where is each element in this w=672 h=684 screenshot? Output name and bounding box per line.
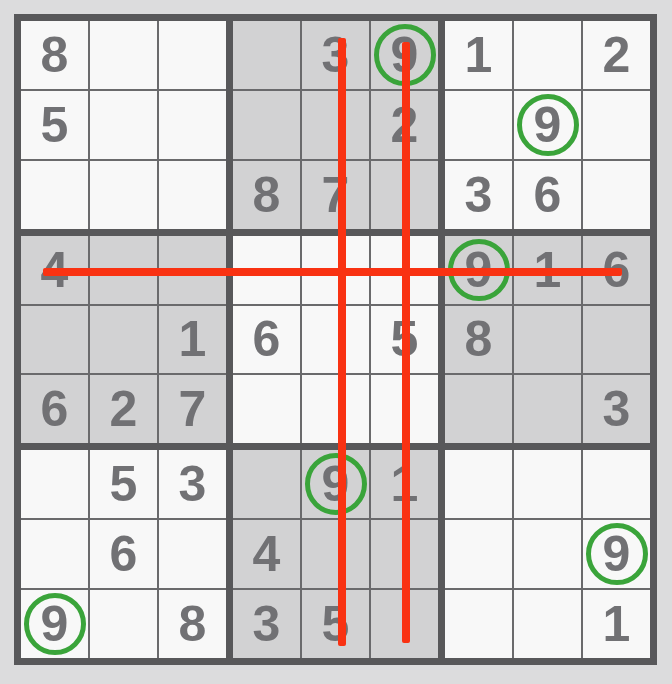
box-r3c1: 53698 [21, 450, 226, 658]
cell-r9c8[interactable] [514, 590, 581, 658]
cell-r1c8[interactable] [514, 21, 581, 89]
cell-r6c8[interactable] [514, 375, 581, 443]
cell-digit: 8 [179, 599, 207, 649]
cell-r2c3[interactable] [159, 91, 226, 159]
cell-r5c3[interactable]: 1 [159, 306, 226, 374]
cell-r3c2[interactable] [90, 161, 157, 229]
cell-r8c8[interactable] [514, 520, 581, 588]
cell-digit: 2 [391, 100, 419, 150]
cell-r3c7[interactable]: 3 [445, 161, 512, 229]
cell-r1c9[interactable]: 2 [583, 21, 650, 89]
cell-r7c6[interactable]: 1 [371, 450, 438, 518]
cell-r6c9[interactable]: 3 [583, 375, 650, 443]
cell-r7c9[interactable] [583, 450, 650, 518]
cell-r4c4[interactable] [233, 236, 300, 304]
cell-r5c9[interactable] [583, 306, 650, 374]
cell-r7c5[interactable]: 9 [302, 450, 369, 518]
cell-r1c5[interactable]: 3 [302, 21, 369, 89]
cell-digit: 2 [603, 30, 631, 80]
cell-r2c2[interactable] [90, 91, 157, 159]
cell-digit: 3 [253, 599, 281, 649]
cell-r3c4[interactable]: 8 [233, 161, 300, 229]
cell-r9c4[interactable]: 3 [233, 590, 300, 658]
cell-r3c8[interactable]: 6 [514, 161, 581, 229]
cell-r4c7[interactable]: 9 [445, 236, 512, 304]
cell-r7c8[interactable] [514, 450, 581, 518]
cell-r9c6[interactable] [371, 590, 438, 658]
box-r1c1: 85 [21, 21, 226, 229]
cell-r5c4[interactable]: 6 [233, 306, 300, 374]
cell-r4c9[interactable]: 6 [583, 236, 650, 304]
cell-r6c3[interactable]: 7 [159, 375, 226, 443]
cell-digit: 1 [534, 245, 562, 295]
cell-r5c6[interactable]: 5 [371, 306, 438, 374]
cell-r1c4[interactable] [233, 21, 300, 89]
cell-digit: 6 [253, 314, 281, 364]
page-background: 853928712936416276591683536989143591 [0, 0, 672, 684]
cell-digit: 5 [391, 314, 419, 364]
cell-r5c7[interactable]: 8 [445, 306, 512, 374]
cell-r6c1[interactable]: 6 [21, 375, 88, 443]
cell-r2c4[interactable] [233, 91, 300, 159]
cell-r3c6[interactable] [371, 161, 438, 229]
cell-r8c3[interactable] [159, 520, 226, 588]
cell-digit: 9 [465, 245, 493, 295]
cell-digit: 8 [465, 314, 493, 364]
cell-digit: 6 [603, 245, 631, 295]
cell-r6c5[interactable] [302, 375, 369, 443]
cell-r8c2[interactable]: 6 [90, 520, 157, 588]
cell-r8c1[interactable] [21, 520, 88, 588]
cell-digit: 9 [391, 30, 419, 80]
cell-r4c1[interactable]: 4 [21, 236, 88, 304]
cell-digit: 1 [179, 314, 207, 364]
cell-r1c7[interactable]: 1 [445, 21, 512, 89]
cell-digit: 5 [110, 459, 138, 509]
cell-r8c7[interactable] [445, 520, 512, 588]
box-r2c3: 91683 [445, 236, 650, 444]
cell-digit: 9 [322, 459, 350, 509]
cell-r7c1[interactable] [21, 450, 88, 518]
cell-r3c9[interactable] [583, 161, 650, 229]
box-r3c3: 91 [445, 450, 650, 658]
cell-r7c2[interactable]: 5 [90, 450, 157, 518]
cell-r2c9[interactable] [583, 91, 650, 159]
cell-digit: 3 [603, 384, 631, 434]
cell-r7c3[interactable]: 3 [159, 450, 226, 518]
cell-r9c3[interactable]: 8 [159, 590, 226, 658]
cell-digit: 9 [534, 100, 562, 150]
cell-digit: 8 [253, 170, 281, 220]
cell-r6c6[interactable] [371, 375, 438, 443]
box-r2c2: 65 [233, 236, 438, 444]
cell-r1c1[interactable]: 8 [21, 21, 88, 89]
cell-r4c3[interactable] [159, 236, 226, 304]
cell-r9c2[interactable] [90, 590, 157, 658]
cell-r2c1[interactable]: 5 [21, 91, 88, 159]
cell-digit: 5 [322, 599, 350, 649]
cell-r4c8[interactable]: 1 [514, 236, 581, 304]
cell-digit: 7 [179, 384, 207, 434]
sudoku-board: 853928712936416276591683536989143591 [14, 14, 657, 665]
cell-digit: 1 [603, 599, 631, 649]
cell-r9c1[interactable]: 9 [21, 590, 88, 658]
cell-r5c8[interactable] [514, 306, 581, 374]
cell-digit: 8 [41, 30, 69, 80]
box-r1c3: 12936 [445, 21, 650, 229]
cell-r8c5[interactable] [302, 520, 369, 588]
cell-r7c7[interactable] [445, 450, 512, 518]
cell-r2c5[interactable] [302, 91, 369, 159]
cell-r2c8[interactable]: 9 [514, 91, 581, 159]
cell-r3c1[interactable] [21, 161, 88, 229]
cell-r6c4[interactable] [233, 375, 300, 443]
cell-r3c3[interactable] [159, 161, 226, 229]
cell-digit: 9 [41, 599, 69, 649]
cell-r3c5[interactable]: 7 [302, 161, 369, 229]
cell-digit: 1 [465, 30, 493, 80]
cell-r7c4[interactable] [233, 450, 300, 518]
cell-digit: 3 [322, 30, 350, 80]
cell-digit: 6 [534, 170, 562, 220]
cell-r5c1[interactable] [21, 306, 88, 374]
cell-r4c5[interactable] [302, 236, 369, 304]
cell-r6c2[interactable]: 2 [90, 375, 157, 443]
cell-digit: 9 [603, 529, 631, 579]
cell-r6c7[interactable] [445, 375, 512, 443]
cell-r9c5[interactable]: 5 [302, 590, 369, 658]
cell-digit: 4 [41, 245, 69, 295]
cell-r1c2[interactable] [90, 21, 157, 89]
cell-digit: 3 [179, 459, 207, 509]
cell-digit: 1 [391, 459, 419, 509]
cell-r2c7[interactable] [445, 91, 512, 159]
cell-r5c2[interactable] [90, 306, 157, 374]
cell-r8c6[interactable] [371, 520, 438, 588]
cell-digit: 6 [110, 529, 138, 579]
cell-r5c5[interactable] [302, 306, 369, 374]
cell-r8c4[interactable]: 4 [233, 520, 300, 588]
cell-r4c2[interactable] [90, 236, 157, 304]
cell-digit: 2 [110, 384, 138, 434]
cell-digit: 3 [465, 170, 493, 220]
cell-r2c6[interactable]: 2 [371, 91, 438, 159]
box-r3c2: 91435 [233, 450, 438, 658]
cell-r1c6[interactable]: 9 [371, 21, 438, 89]
box-r2c1: 41627 [21, 236, 226, 444]
cell-r1c3[interactable] [159, 21, 226, 89]
cell-digit: 6 [41, 384, 69, 434]
cell-digit: 7 [322, 170, 350, 220]
cell-digit: 5 [41, 100, 69, 150]
cell-r8c9[interactable]: 9 [583, 520, 650, 588]
cell-r9c7[interactable] [445, 590, 512, 658]
cell-digit: 4 [253, 529, 281, 579]
box-r1c2: 39287 [233, 21, 438, 229]
cell-r4c6[interactable] [371, 236, 438, 304]
cell-r9c9[interactable]: 1 [583, 590, 650, 658]
